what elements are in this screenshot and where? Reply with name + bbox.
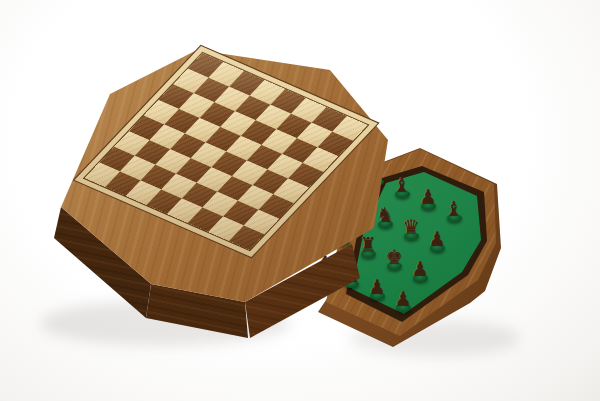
chess-piece-queen: ♛ [398,211,424,241]
chess-piece-pawn: ♟ [390,283,416,313]
piece-felt-base [395,190,410,198]
pawn-glyph: ♟ [364,273,390,299]
piece-felt-base [447,214,462,222]
pawn-glyph: ♟ [407,255,433,281]
bishop-glyph: ♝ [389,171,415,197]
piece-felt-base [361,250,376,258]
king-glyph: ♚ [381,243,407,269]
chess-piece-king: ♚ [381,241,407,271]
piece-felt-base [396,304,411,312]
chess-set-photo: ♟♝♟♝♜♞♛♟♞♜♚♟♟♟♟♟ [0,0,600,401]
queen-glyph: ♛ [398,213,424,239]
chess-piece-pawn: ♟ [407,253,433,283]
piece-felt-base [413,274,428,282]
bishop-glyph: ♝ [441,195,467,221]
piece-felt-base [404,232,419,240]
piece-felt-base [421,202,436,210]
piece-felt-base [378,220,393,228]
chess-piece-pawn: ♟ [415,181,441,211]
pawn-glyph: ♟ [390,285,416,311]
pawn-glyph: ♟ [415,183,441,209]
pawn-glyph: ♟ [424,225,450,251]
chess-piece-bishop: ♝ [441,193,467,223]
chess-piece-bishop: ♝ [389,169,415,199]
chess-piece-pawn: ♟ [424,223,450,253]
piece-felt-base [370,292,385,300]
piece-felt-base [387,262,402,270]
chess-piece-pawn: ♟ [364,271,390,301]
piece-felt-base [430,244,445,252]
